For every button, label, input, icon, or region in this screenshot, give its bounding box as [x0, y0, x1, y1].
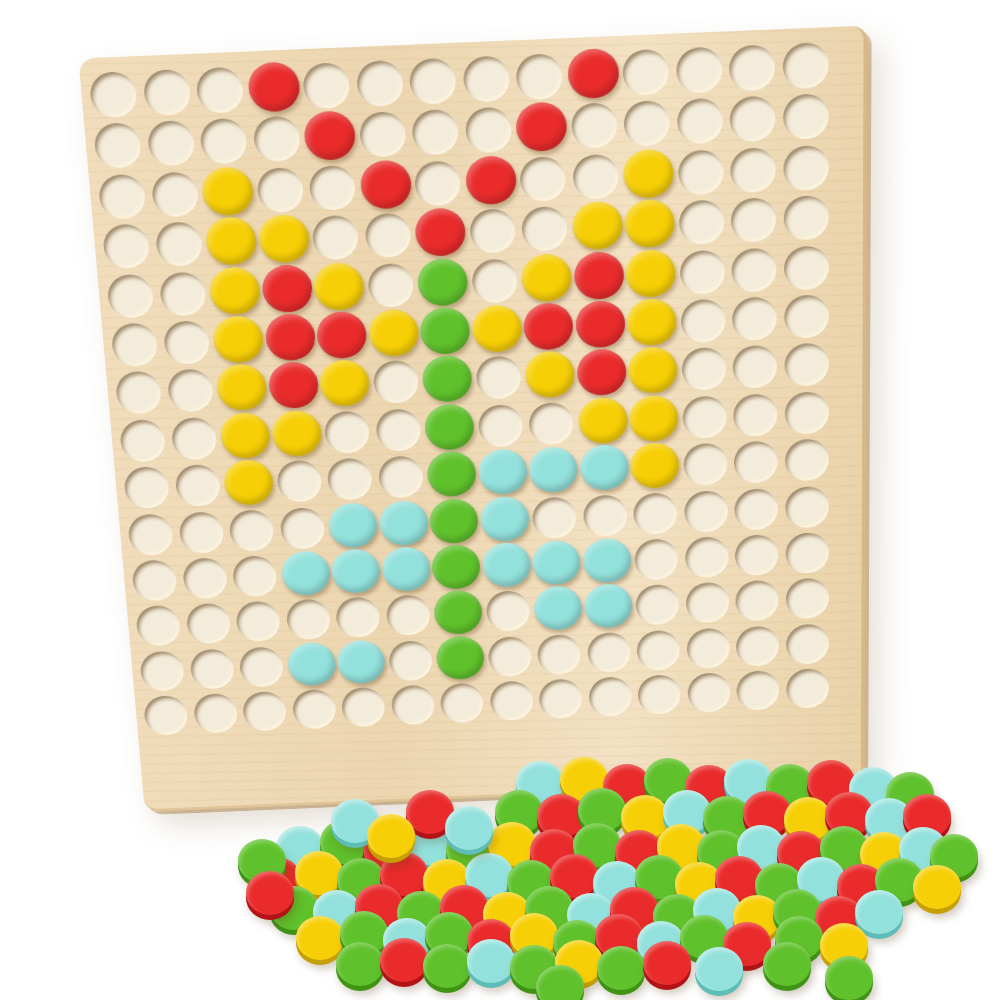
peg-red-r5c10[interactable] — [573, 251, 624, 300]
cell-r11c4[interactable] — [279, 550, 332, 598]
cell-r5c4[interactable] — [259, 264, 314, 315]
peg-hole — [242, 691, 287, 732]
peg-yellow-r5c5[interactable] — [313, 262, 365, 311]
cell-r1c11[interactable] — [619, 46, 673, 100]
cell-r13c6[interactable] — [385, 637, 437, 684]
cell-r8c1[interactable] — [116, 416, 171, 466]
peg-cyan-r9c10[interactable] — [579, 444, 629, 491]
peg-yellow-r7c11[interactable] — [628, 346, 678, 394]
peg-cyan-r13c4[interactable] — [286, 641, 336, 686]
pile-disc-93-green[interactable] — [763, 942, 811, 986]
peg-red-r2c9[interactable] — [515, 102, 567, 153]
cell-r9c10[interactable] — [578, 444, 630, 493]
cell-r9c1[interactable] — [120, 463, 175, 512]
cell-r1c12[interactable] — [673, 43, 727, 97]
peg-cyan-r9c8[interactable] — [477, 448, 527, 495]
peg-yellow-r6c3[interactable] — [212, 315, 265, 363]
peg-hole — [682, 395, 727, 439]
cell-r14c14[interactable] — [783, 665, 832, 711]
cell-r2c4[interactable] — [249, 113, 305, 166]
cell-r6c7[interactable] — [418, 306, 472, 357]
peg-yellow-r5c3[interactable] — [208, 266, 261, 315]
cell-r9c13[interactable] — [731, 438, 782, 487]
cell-r9c12[interactable] — [680, 440, 731, 489]
cell-r13c11[interactable] — [634, 627, 685, 674]
peg-yellow-r3c11[interactable] — [623, 148, 674, 198]
cell-r6c12[interactable] — [677, 296, 729, 347]
cell-r6c5[interactable] — [315, 311, 370, 362]
cell-r13c9[interactable] — [534, 631, 585, 678]
peg-green-r13c7[interactable] — [436, 635, 485, 680]
cell-r5c2[interactable] — [155, 268, 211, 319]
cell-r2c1[interactable] — [90, 119, 147, 172]
cell-r10c9[interactable] — [529, 493, 581, 542]
cell-r12c10[interactable] — [582, 583, 633, 630]
peg-yellow-r8c4[interactable] — [270, 410, 322, 457]
cell-r11c7[interactable] — [430, 544, 482, 592]
pile-disc-99-cyan[interactable] — [445, 806, 493, 850]
cell-r10c2[interactable] — [175, 508, 229, 556]
cell-r14c4[interactable] — [288, 686, 340, 732]
cell-r7c4[interactable] — [266, 361, 320, 411]
cell-r12c8[interactable] — [482, 588, 534, 635]
cell-r7c9[interactable] — [524, 351, 577, 401]
cell-r5c13[interactable] — [728, 244, 780, 295]
cell-r4c2[interactable] — [151, 218, 207, 270]
peg-red-r6c4[interactable] — [264, 313, 316, 361]
peg-cyan-r11c4[interactable] — [280, 550, 331, 596]
cell-r9c7[interactable] — [425, 451, 478, 500]
peg-yellow-r4c3[interactable] — [205, 216, 258, 266]
cell-r10c6[interactable] — [377, 500, 430, 548]
cell-r5c9[interactable] — [520, 253, 574, 304]
peg-yellow-r7c3[interactable] — [216, 364, 268, 412]
cell-r9c6[interactable] — [374, 453, 427, 502]
peg-yellow-r5c11[interactable] — [625, 249, 676, 298]
cell-r5c14[interactable] — [781, 242, 833, 293]
cell-r4c7[interactable] — [413, 207, 468, 259]
cell-r4c9[interactable] — [518, 203, 572, 255]
cell-r1c6[interactable] — [352, 57, 408, 111]
cell-r7c5[interactable] — [318, 359, 372, 409]
cell-r4c5[interactable] — [308, 212, 363, 264]
cell-r1c1[interactable] — [85, 68, 143, 122]
peg-yellow-r6c8[interactable] — [471, 304, 522, 352]
cell-r9c4[interactable] — [273, 457, 327, 506]
cell-r12c6[interactable] — [382, 592, 434, 639]
peg-yellow-r8c10[interactable] — [578, 397, 628, 444]
peg-hole — [683, 443, 727, 486]
cell-r4c6[interactable] — [361, 210, 416, 262]
peg-cyan-r9c9[interactable] — [528, 446, 578, 493]
cell-r12c5[interactable] — [332, 594, 385, 641]
cell-r10c11[interactable] — [630, 489, 681, 538]
cell-r10c8[interactable] — [478, 495, 530, 544]
cell-r6c14[interactable] — [781, 291, 833, 342]
cell-r8c10[interactable] — [577, 397, 629, 447]
peg-hole — [302, 62, 350, 109]
peg-red-r7c10[interactable] — [576, 349, 626, 397]
peg-hole — [677, 149, 723, 195]
cell-r6c13[interactable] — [729, 293, 781, 344]
cell-r3c13[interactable] — [727, 144, 780, 197]
peg-yellow-r4c10[interactable] — [572, 201, 623, 251]
cell-r11c9[interactable] — [531, 540, 583, 588]
cell-r7c14[interactable] — [781, 340, 833, 390]
cell-r8c13[interactable] — [730, 390, 781, 440]
peg-red-r4c7[interactable] — [414, 208, 466, 258]
cell-r7c13[interactable] — [730, 342, 782, 392]
peg-yellow-r7c9[interactable] — [525, 351, 576, 399]
cell-r14c9[interactable] — [536, 676, 587, 722]
peg-green-r11c7[interactable] — [431, 544, 481, 590]
peg-red-r3c8[interactable] — [464, 155, 516, 205]
peg-yellow-r6c11[interactable] — [626, 298, 676, 347]
pile-disc-92-cyan[interactable] — [695, 947, 743, 991]
cell-r1c10[interactable] — [566, 48, 621, 102]
cell-r12c9[interactable] — [532, 586, 583, 633]
cell-r2c3[interactable] — [196, 115, 253, 168]
cell-r10c14[interactable] — [782, 483, 833, 532]
cell-r5c10[interactable] — [572, 251, 625, 302]
cell-r10c7[interactable] — [428, 497, 481, 546]
cell-r3c3[interactable] — [200, 166, 256, 219]
peg-yellow-r4c4[interactable] — [257, 214, 310, 264]
cell-r2c12[interactable] — [674, 95, 728, 148]
cell-r3c11[interactable] — [622, 148, 676, 201]
cell-r4c11[interactable] — [623, 199, 676, 251]
cell-r5c1[interactable] — [103, 270, 159, 321]
peg-yellow-r9c3[interactable] — [223, 459, 275, 506]
cell-r8c4[interactable] — [269, 409, 323, 459]
peg-hole — [681, 347, 726, 391]
cell-r13c7[interactable] — [435, 635, 487, 682]
peg-red-r7c4[interactable] — [267, 362, 319, 410]
peg-red-r6c9[interactable] — [523, 302, 574, 350]
cell-r3c8[interactable] — [464, 155, 519, 208]
cell-r4c13[interactable] — [728, 194, 781, 246]
cell-r13c5[interactable] — [335, 639, 387, 686]
cell-r6c6[interactable] — [366, 309, 420, 360]
cell-r4c10[interactable] — [571, 201, 625, 253]
cell-r14c12[interactable] — [684, 670, 734, 716]
peg-hole — [232, 555, 278, 597]
cell-r14c13[interactable] — [734, 667, 784, 713]
cell-r1c9[interactable] — [512, 50, 567, 104]
pile-disc-101-yellow[interactable] — [367, 814, 415, 858]
peg-green-r9c7[interactable] — [426, 451, 476, 498]
peg-red-r6c5[interactable] — [316, 311, 368, 359]
peg-green-r6c7[interactable] — [419, 306, 470, 354]
cell-r3c12[interactable] — [674, 146, 727, 199]
cell-r2c9[interactable] — [514, 102, 569, 155]
cell-r7c7[interactable] — [421, 355, 475, 405]
cell-r10c5[interactable] — [327, 502, 380, 550]
cell-r5c12[interactable] — [676, 246, 729, 297]
pile-disc-95-green[interactable] — [825, 956, 873, 1000]
peg-hole — [385, 595, 430, 637]
cell-r7c11[interactable] — [627, 346, 679, 396]
cell-r14c8[interactable] — [486, 678, 537, 724]
cell-r14c1[interactable] — [140, 692, 193, 738]
cell-r2c8[interactable] — [461, 104, 516, 157]
peg-red-r1c10[interactable] — [567, 48, 619, 99]
cell-r4c8[interactable] — [466, 205, 520, 257]
cell-r4c12[interactable] — [675, 196, 728, 248]
peg-hole — [469, 208, 516, 254]
pile-disc-90-green[interactable] — [597, 946, 645, 990]
cell-r3c14[interactable] — [780, 142, 833, 195]
cell-r2c10[interactable] — [567, 99, 621, 152]
cell-r14c11[interactable] — [635, 672, 685, 718]
cell-r9c5[interactable] — [324, 455, 378, 504]
peg-yellow-r7c5[interactable] — [319, 359, 371, 407]
cell-r7c1[interactable] — [112, 368, 167, 418]
cell-r9c8[interactable] — [476, 448, 529, 497]
cell-r12c3[interactable] — [232, 598, 285, 645]
cell-r11c14[interactable] — [782, 529, 832, 577]
peg-hole — [390, 685, 434, 726]
cell-r3c6[interactable] — [358, 159, 413, 212]
cell-r8c2[interactable] — [167, 414, 222, 464]
cell-r7c2[interactable] — [163, 366, 218, 416]
cell-r10c10[interactable] — [580, 491, 632, 540]
cell-r8c5[interactable] — [321, 407, 375, 457]
cell-r1c14[interactable] — [779, 39, 832, 93]
cell-r4c1[interactable] — [99, 221, 155, 273]
cell-r5c8[interactable] — [468, 255, 522, 306]
peg-cyan-r10c5[interactable] — [327, 502, 378, 548]
peg-hole — [139, 650, 185, 691]
cell-r13c4[interactable] — [285, 641, 338, 688]
cell-r9c2[interactable] — [171, 461, 225, 510]
peg-hole — [411, 109, 459, 156]
peg-yellow-r9c11[interactable] — [630, 442, 679, 489]
cell-r11c12[interactable] — [682, 533, 733, 581]
peg-hole — [680, 299, 725, 344]
cell-r1c13[interactable] — [726, 41, 780, 95]
peg-hole — [733, 393, 777, 437]
cell-r11c2[interactable] — [178, 554, 232, 602]
cell-r14c2[interactable] — [189, 690, 242, 736]
cell-r10c13[interactable] — [731, 485, 782, 534]
pile-disc-97-red[interactable] — [246, 871, 294, 915]
cell-r7c12[interactable] — [678, 344, 730, 394]
peg-yellow-r5c9[interactable] — [521, 253, 572, 302]
cell-r6c3[interactable] — [211, 315, 266, 366]
peg-hole — [127, 513, 174, 555]
cell-r11c10[interactable] — [581, 538, 632, 586]
peg-hole — [364, 213, 411, 259]
cell-r9c11[interactable] — [629, 442, 681, 491]
cell-r10c3[interactable] — [225, 506, 279, 554]
cell-r10c4[interactable] — [276, 504, 330, 552]
cell-r3c5[interactable] — [305, 162, 361, 215]
cell-r13c2[interactable] — [186, 646, 239, 693]
cell-r11c3[interactable] — [229, 552, 282, 600]
cell-r6c10[interactable] — [574, 300, 627, 351]
cell-r12c4[interactable] — [282, 596, 335, 643]
cell-r13c14[interactable] — [783, 620, 833, 667]
peg-hole — [111, 322, 159, 366]
cell-r9c3[interactable] — [222, 459, 276, 508]
cell-r3c1[interactable] — [94, 170, 151, 222]
cell-r7c10[interactable] — [575, 349, 628, 399]
cell-r14c3[interactable] — [239, 688, 292, 734]
peg-yellow-r8c11[interactable] — [629, 395, 679, 442]
peg-red-r1c4[interactable] — [247, 61, 301, 112]
peg-green-r5c7[interactable] — [417, 257, 469, 306]
cell-r3c9[interactable] — [516, 153, 570, 206]
cell-r8c3[interactable] — [218, 412, 272, 462]
cell-r12c2[interactable] — [182, 600, 235, 647]
peg-cyan-r11c8[interactable] — [481, 542, 531, 588]
cell-r3c4[interactable] — [253, 164, 309, 217]
pile-disc-87-cyan[interactable] — [467, 939, 515, 983]
peg-yellow-r4c11[interactable] — [624, 199, 675, 249]
peg-cyan-r10c6[interactable] — [378, 500, 428, 546]
cell-r10c12[interactable] — [681, 487, 732, 536]
peg-red-r6c10[interactable] — [575, 300, 626, 348]
cell-r11c5[interactable] — [329, 548, 382, 596]
cell-r13c3[interactable] — [236, 643, 289, 690]
cell-r14c10[interactable] — [585, 674, 636, 720]
cell-r2c7[interactable] — [408, 106, 463, 159]
cell-r12c11[interactable] — [632, 581, 683, 628]
cell-r13c8[interactable] — [484, 633, 535, 680]
cell-r2c14[interactable] — [780, 91, 833, 144]
cell-r14c5[interactable] — [338, 684, 390, 730]
cell-r3c7[interactable] — [411, 157, 466, 210]
cell-r14c7[interactable] — [437, 680, 488, 726]
cell-r10c1[interactable] — [124, 510, 178, 558]
cell-r5c11[interactable] — [624, 248, 677, 299]
cell-r12c13[interactable] — [733, 577, 783, 625]
cell-r5c5[interactable] — [312, 262, 367, 313]
cell-r8c14[interactable] — [781, 388, 832, 438]
peg-cyan-r11c6[interactable] — [381, 546, 431, 592]
cell-r2c6[interactable] — [355, 108, 411, 161]
cell-r12c14[interactable] — [783, 575, 833, 623]
cell-r12c7[interactable] — [432, 590, 484, 637]
cell-r11c11[interactable] — [631, 535, 682, 583]
pile-disc-70-cyan[interactable] — [855, 890, 903, 934]
peg-yellow-r6c6[interactable] — [367, 309, 419, 357]
cell-r5c6[interactable] — [364, 259, 419, 310]
cell-r2c2[interactable] — [143, 117, 200, 170]
pile-disc-85-red[interactable] — [380, 938, 428, 982]
cell-r2c13[interactable] — [727, 93, 780, 146]
peg-red-r5c4[interactable] — [260, 264, 313, 313]
cell-r7c6[interactable] — [369, 357, 423, 407]
peg-hole — [734, 441, 778, 484]
cell-r3c2[interactable] — [147, 168, 204, 220]
peg-hole — [372, 360, 418, 404]
cell-r5c3[interactable] — [207, 266, 262, 317]
cell-r8c6[interactable] — [372, 405, 426, 455]
cell-r11c6[interactable] — [380, 546, 433, 594]
cell-r13c10[interactable] — [584, 629, 635, 676]
cell-r6c2[interactable] — [159, 317, 214, 368]
peg-green-r7c7[interactable] — [422, 355, 473, 403]
peg-hole — [487, 636, 531, 677]
cell-r13c12[interactable] — [683, 625, 733, 672]
peg-hole — [162, 320, 210, 364]
peg-hole — [735, 580, 778, 622]
peg-cyan-r12c10[interactable] — [583, 584, 632, 629]
peg-cyan-r11c5[interactable] — [330, 548, 380, 594]
peg-red-r2c5[interactable] — [303, 111, 356, 162]
pile-disc-86-green[interactable] — [423, 944, 471, 988]
cell-r8c9[interactable] — [525, 399, 578, 449]
cell-r13c13[interactable] — [733, 623, 783, 670]
cell-r4c14[interactable] — [780, 192, 832, 244]
peg-cyan-r11c10[interactable] — [582, 538, 631, 584]
peg-green-r8c7[interactable] — [424, 403, 475, 450]
cell-r1c3[interactable] — [192, 63, 249, 117]
cell-r1c4[interactable] — [246, 61, 303, 115]
cell-r7c3[interactable] — [215, 364, 270, 414]
cell-r14c6[interactable] — [387, 682, 439, 728]
pile-disc-71-yellow[interactable] — [296, 916, 344, 960]
cell-r12c12[interactable] — [683, 579, 734, 626]
cell-r1c8[interactable] — [459, 52, 514, 106]
cell-r13c1[interactable] — [136, 648, 189, 695]
cell-r1c5[interactable] — [299, 59, 355, 113]
cell-r11c8[interactable] — [480, 542, 532, 590]
cell-r2c11[interactable] — [620, 97, 674, 150]
cell-r8c8[interactable] — [474, 401, 527, 451]
peg-yellow-r8c3[interactable] — [219, 412, 271, 459]
cell-r6c4[interactable] — [263, 313, 318, 364]
cell-r6c11[interactable] — [625, 298, 678, 349]
pile-disc-55-yellow[interactable] — [913, 865, 961, 909]
pile-disc-91-red[interactable] — [643, 941, 691, 985]
cell-r1c7[interactable] — [406, 55, 462, 109]
peg-green-r12c7[interactable] — [433, 590, 483, 635]
peg-hole — [679, 249, 724, 294]
peg-green-r10c7[interactable] — [429, 498, 479, 544]
cell-r11c1[interactable] — [128, 557, 182, 605]
cell-r9c14[interactable] — [782, 436, 833, 485]
peg-red-r3c6[interactable] — [359, 159, 412, 209]
cell-r8c12[interactable] — [679, 392, 731, 442]
cell-r3c10[interactable] — [569, 150, 623, 203]
peg-hole — [367, 262, 414, 307]
peg-cyan-r12c9[interactable] — [533, 586, 582, 631]
peg-cyan-r13c5[interactable] — [336, 639, 386, 684]
cell-r12c1[interactable] — [132, 602, 186, 649]
cell-r6c8[interactable] — [470, 304, 524, 355]
peg-cyan-r10c8[interactable] — [479, 495, 529, 541]
cell-r2c5[interactable] — [302, 111, 358, 164]
cell-r7c8[interactable] — [472, 353, 525, 403]
cell-r8c11[interactable] — [628, 394, 680, 444]
cell-r6c9[interactable] — [522, 302, 575, 353]
cell-r4c4[interactable] — [256, 214, 312, 266]
peg-cyan-r11c9[interactable] — [532, 540, 581, 586]
peg-yellow-r3c3[interactable] — [201, 166, 255, 216]
cell-r9c9[interactable] — [527, 446, 579, 495]
cell-r11c13[interactable] — [732, 531, 783, 579]
cell-r1c2[interactable] — [139, 66, 196, 120]
peg-hole — [409, 58, 457, 105]
cell-r4c3[interactable] — [204, 216, 260, 268]
cell-r5c7[interactable] — [416, 257, 470, 308]
pile-disc-84-green[interactable] — [336, 942, 384, 986]
cell-r6c1[interactable] — [107, 319, 163, 370]
cell-r8c7[interactable] — [423, 403, 476, 453]
